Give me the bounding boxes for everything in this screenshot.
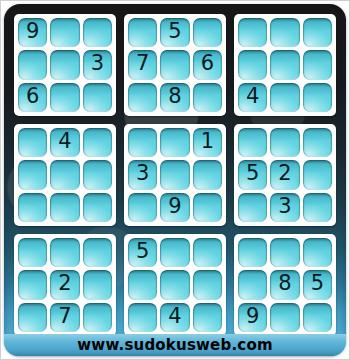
cell-r2c5[interactable]	[160, 50, 189, 79]
cell-r1c4[interactable]	[128, 18, 157, 47]
given-digit: 5	[311, 273, 324, 294]
given-digit: 3	[91, 53, 104, 74]
cell-r1c9[interactable]	[303, 18, 332, 47]
cell-r6c9[interactable]	[303, 193, 332, 222]
cell-r6c6[interactable]	[193, 193, 222, 222]
cell-r1c8[interactable]	[270, 18, 299, 47]
cell-r7c3[interactable]	[83, 238, 112, 267]
cell-r5c3[interactable]	[83, 160, 112, 189]
cell-r3c4[interactable]	[128, 83, 157, 112]
cell-r1c2[interactable]	[50, 18, 79, 47]
cell-r1c7[interactable]	[238, 18, 267, 47]
given-digit: 9	[168, 196, 181, 217]
cell-r8c9[interactable]: 5	[303, 270, 332, 299]
cell-r6c5[interactable]: 9	[160, 193, 189, 222]
cell-r3c3[interactable]	[83, 83, 112, 112]
cell-r6c1[interactable]	[18, 193, 47, 222]
cell-r5c1[interactable]	[18, 160, 47, 189]
cell-r7c5[interactable]	[160, 238, 189, 267]
cell-r8c5[interactable]	[160, 270, 189, 299]
sudoku-board: 9365768441395232754859	[15, 14, 335, 336]
box-3-2: 54	[124, 234, 226, 336]
cell-r9c8[interactable]	[270, 303, 299, 332]
cell-r3c7[interactable]: 4	[238, 83, 267, 112]
cell-r5c4[interactable]: 3	[128, 160, 157, 189]
cell-r8c1[interactable]	[18, 270, 47, 299]
cell-r8c8[interactable]: 8	[270, 270, 299, 299]
given-digit: 7	[58, 306, 71, 327]
given-digit: 6	[201, 53, 214, 74]
cell-r4c6[interactable]: 1	[193, 128, 222, 157]
cell-r2c8[interactable]	[270, 50, 299, 79]
cell-r8c2[interactable]: 2	[50, 270, 79, 299]
cell-r3c2[interactable]	[50, 83, 79, 112]
cell-r1c6[interactable]	[193, 18, 222, 47]
cell-r7c4[interactable]: 5	[128, 238, 157, 267]
cell-r6c7[interactable]	[238, 193, 267, 222]
box-1-1: 936	[14, 14, 116, 116]
cell-r4c8[interactable]	[270, 128, 299, 157]
cell-r2c7[interactable]	[238, 50, 267, 79]
cell-r4c7[interactable]	[238, 128, 267, 157]
given-digit: 4	[168, 306, 181, 327]
footer-band: www.sudokusweb.com	[4, 334, 346, 356]
given-digit: 3	[136, 163, 149, 184]
given-digit: 4	[246, 86, 259, 107]
given-digit: 2	[58, 273, 71, 294]
cell-r9c7[interactable]: 9	[238, 303, 267, 332]
box-1-2: 5768	[124, 14, 226, 116]
cell-r6c4[interactable]	[128, 193, 157, 222]
cell-r4c9[interactable]	[303, 128, 332, 157]
cell-r8c4[interactable]	[128, 270, 157, 299]
board-plaque: 9365768441395232754859 www.sudokusweb.co…	[4, 4, 346, 356]
site-url-link[interactable]: www.sudokusweb.com	[77, 338, 272, 353]
given-digit: 1	[201, 131, 214, 152]
box-3-3: 859	[234, 234, 336, 336]
cell-r1c3[interactable]	[83, 18, 112, 47]
cell-r3c1[interactable]: 6	[18, 83, 47, 112]
cell-r6c8[interactable]: 3	[270, 193, 299, 222]
cell-r7c6[interactable]	[193, 238, 222, 267]
box-2-3: 523	[234, 124, 336, 226]
cell-r7c1[interactable]	[18, 238, 47, 267]
cell-r5c6[interactable]	[193, 160, 222, 189]
given-digit: 6	[26, 86, 39, 107]
box-3-1: 27	[14, 234, 116, 336]
cell-r7c9[interactable]	[303, 238, 332, 267]
cell-r4c3[interactable]	[83, 128, 112, 157]
given-digit: 4	[58, 131, 71, 152]
cell-r9c2[interactable]: 7	[50, 303, 79, 332]
cell-r8c7[interactable]	[238, 270, 267, 299]
cell-r8c6[interactable]	[193, 270, 222, 299]
sudoku-image: 9365768441395232754859 www.sudokusweb.co…	[0, 0, 350, 360]
given-digit: 5	[168, 21, 181, 42]
given-digit: 2	[278, 163, 291, 184]
cell-r7c2[interactable]	[50, 238, 79, 267]
cell-r9c3[interactable]	[83, 303, 112, 332]
cell-r2c3[interactable]: 3	[83, 50, 112, 79]
cell-r3c9[interactable]	[303, 83, 332, 112]
cell-r2c2[interactable]	[50, 50, 79, 79]
cell-r3c5[interactable]: 8	[160, 83, 189, 112]
cell-r7c7[interactable]	[238, 238, 267, 267]
cell-r3c8[interactable]	[270, 83, 299, 112]
given-digit: 7	[136, 53, 149, 74]
cell-r2c9[interactable]	[303, 50, 332, 79]
given-digit: 9	[246, 306, 259, 327]
cell-r9c5[interactable]: 4	[160, 303, 189, 332]
cell-r6c2[interactable]	[50, 193, 79, 222]
cell-r3c6[interactable]	[193, 83, 222, 112]
cell-r5c9[interactable]	[303, 160, 332, 189]
cell-r6c3[interactable]	[83, 193, 112, 222]
box-1-3: 4	[234, 14, 336, 116]
given-digit: 9	[26, 21, 39, 42]
cell-r9c6[interactable]	[193, 303, 222, 332]
cell-r2c6[interactable]: 6	[193, 50, 222, 79]
given-digit: 5	[246, 163, 259, 184]
cell-r9c1[interactable]	[18, 303, 47, 332]
cell-r7c8[interactable]	[270, 238, 299, 267]
cell-r2c1[interactable]	[18, 50, 47, 79]
cell-r5c8[interactable]: 2	[270, 160, 299, 189]
cell-r4c2[interactable]: 4	[50, 128, 79, 157]
cell-r5c7[interactable]: 5	[238, 160, 267, 189]
cell-r9c4[interactable]	[128, 303, 157, 332]
cell-r5c5[interactable]	[160, 160, 189, 189]
cell-r8c3[interactable]	[83, 270, 112, 299]
given-digit: 5	[136, 241, 149, 262]
cell-r4c5[interactable]	[160, 128, 189, 157]
box-2-2: 139	[124, 124, 226, 226]
cell-r1c1[interactable]: 9	[18, 18, 47, 47]
cell-r4c1[interactable]	[18, 128, 47, 157]
given-digit: 3	[278, 196, 291, 217]
given-digit: 8	[168, 86, 181, 107]
cell-r4c4[interactable]	[128, 128, 157, 157]
cell-r1c5[interactable]: 5	[160, 18, 189, 47]
cell-r5c2[interactable]	[50, 160, 79, 189]
box-2-1: 4	[14, 124, 116, 226]
given-digit: 8	[278, 273, 291, 294]
cell-r2c4[interactable]: 7	[128, 50, 157, 79]
cell-r9c9[interactable]	[303, 303, 332, 332]
